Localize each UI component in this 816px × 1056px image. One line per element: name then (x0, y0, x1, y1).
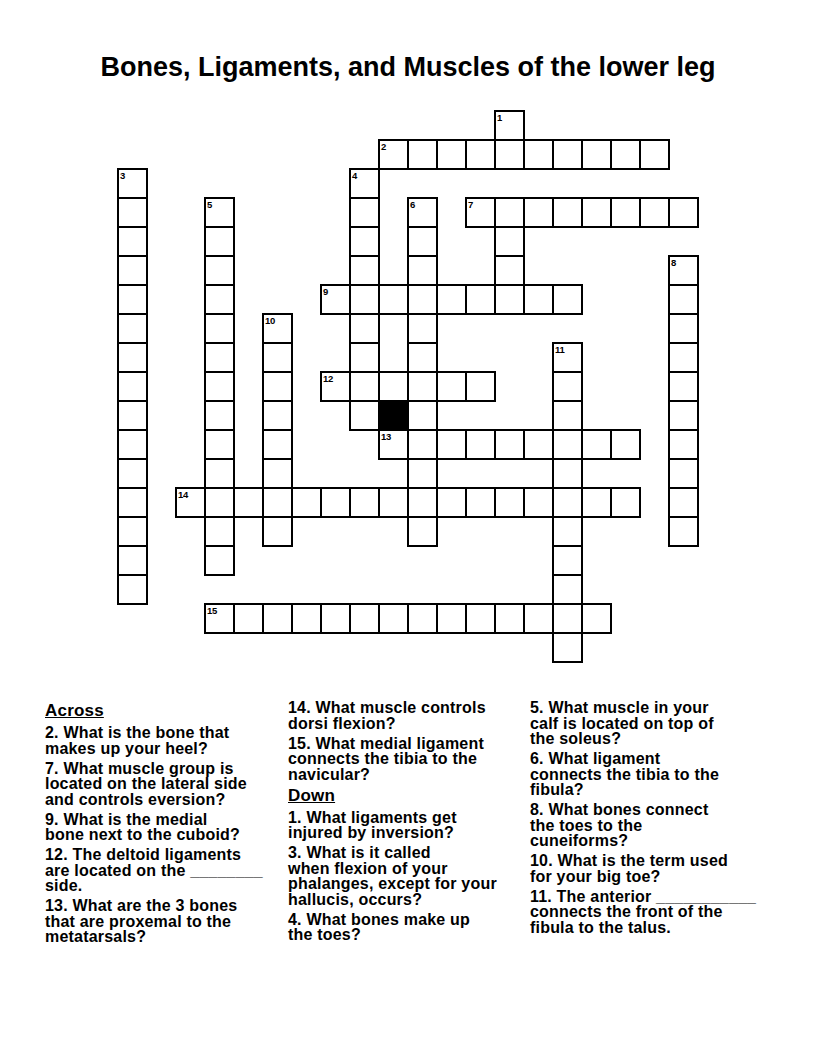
grid-cell-r6c9[interactable] (378, 284, 409, 315)
clue-across-9: 9. What is the medial bone next to the c… (45, 812, 263, 843)
clues-column-1: Across2. What is the bone that makes up … (45, 700, 263, 949)
grid-cell-r8c5[interactable] (262, 342, 293, 373)
grid-cell-r14c15[interactable] (552, 516, 583, 547)
clue-across-7: 7. What muscle group is located on the l… (45, 761, 263, 808)
grid-cell-r17c12[interactable] (465, 603, 496, 634)
grid-cell-r13c0[interactable] (117, 487, 148, 518)
cell-number-9: 9 (323, 287, 328, 296)
clue-number: 5. (530, 699, 548, 716)
grid-cell-r9c0[interactable] (117, 371, 148, 402)
grid-cell-r11c10[interactable] (407, 429, 438, 460)
grid-cell-r10c0[interactable] (117, 400, 148, 431)
crossword-page: Bones, Ligaments, and Muscles of the low… (0, 0, 816, 1056)
clue-down-11: 11. The anterior ___________ connects th… (530, 889, 772, 936)
grid-cell-r12c3[interactable] (204, 458, 235, 489)
clue-down-5: 5. What muscle in your calf is located o… (530, 700, 772, 747)
grid-cell-r3c13[interactable] (494, 197, 525, 228)
grid-cell-r7c0[interactable] (117, 313, 148, 344)
grid-cell-r16c15[interactable] (552, 574, 583, 605)
grid-cell-r17c5[interactable] (262, 603, 293, 634)
cell-number-13: 13 (381, 432, 391, 441)
grid-cell-r17c16[interactable] (581, 603, 612, 634)
grid-cell-r11c13[interactable] (494, 429, 525, 460)
grid-cell-r17c4[interactable] (233, 603, 264, 634)
grid-cell-r17c15[interactable] (552, 603, 583, 634)
cell-number-7: 7 (468, 200, 473, 209)
grid-cell-r13c9[interactable] (378, 487, 409, 518)
grid-cell-r4c0[interactable] (117, 226, 148, 257)
grid-cell-r11c12[interactable] (465, 429, 496, 460)
grid-cell-r13c8[interactable] (349, 487, 380, 518)
grid-cell-r11c3[interactable] (204, 429, 235, 460)
grid-cell-r5c8[interactable] (349, 255, 380, 286)
grid-cell-r14c19[interactable] (668, 516, 699, 547)
grid-cell-r3c17[interactable] (610, 197, 641, 228)
grid-cell-r9c3[interactable] (204, 371, 235, 402)
grid-cell-r9c5[interactable] (262, 371, 293, 402)
clue-number: 9. (45, 811, 63, 828)
grid-cell-r3c0[interactable] (117, 197, 148, 228)
grid-cell-r8c19[interactable] (668, 342, 699, 373)
grid-cell-r3c16[interactable] (581, 197, 612, 228)
grid-cell-r13c6[interactable] (291, 487, 322, 518)
grid-cell-r7c10[interactable] (407, 313, 438, 344)
grid-cell-r1c10[interactable] (407, 139, 438, 170)
grid-cell-r15c3[interactable] (204, 545, 235, 576)
clue-across-15: 15. What medial ligament connects the ti… (288, 736, 526, 783)
grid-cell-r9c8[interactable] (349, 371, 380, 402)
grid-cell-r13c16[interactable] (581, 487, 612, 518)
grid-cell-r6c3[interactable] (204, 284, 235, 315)
grid-cell-r13c4[interactable] (233, 487, 264, 518)
grid-cell-r7c8[interactable] (349, 313, 380, 344)
grid-cell-r8c8[interactable] (349, 342, 380, 373)
grid-cell-r9c19[interactable] (668, 371, 699, 402)
grid-cell-r4c13[interactable] (494, 226, 525, 257)
grid-cell-r6c19[interactable] (668, 284, 699, 315)
grid-cell-r13c19[interactable] (668, 487, 699, 518)
grid-cell-r7c19[interactable] (668, 313, 699, 344)
clue-number: 14. (288, 699, 316, 716)
clue-down-4: 4. What bones make up the toes? (288, 912, 526, 943)
grid-cell-r11c15[interactable] (552, 429, 583, 460)
grid-cell-r6c13[interactable] (494, 284, 525, 315)
grid-cell-r11c19[interactable] (668, 429, 699, 460)
cell-number-14: 14 (178, 490, 188, 499)
cell-number-8: 8 (671, 258, 676, 267)
grid-cell-r15c15[interactable] (552, 545, 583, 576)
grid-cell-r3c8[interactable] (349, 197, 380, 228)
grid-cell-r10c10[interactable] (407, 400, 438, 431)
grid-cell-r13c14[interactable] (523, 487, 554, 518)
clue-down-3: 3. What is it called when flexion of you… (288, 845, 526, 907)
clue-number: 7. (45, 760, 63, 777)
grid-cell-r13c13[interactable] (494, 487, 525, 518)
clue-down-8: 8. What bones connect the toes to the cu… (530, 802, 772, 849)
grid-cell-r10c3[interactable] (204, 400, 235, 431)
clue-number: 1. (288, 809, 306, 826)
clues-column-3: 5. What muscle in your calf is located o… (530, 700, 772, 940)
cell-number-5: 5 (207, 200, 212, 209)
grid-cell-r12c5[interactable] (262, 458, 293, 489)
grid-cell-r17c6[interactable] (291, 603, 322, 634)
clue-across-14: 14. What muscle controls dorsi flexion? (288, 700, 526, 731)
grid-cell-r17c8[interactable] (349, 603, 380, 634)
grid-cell-r6c10[interactable] (407, 284, 438, 315)
grid-cell-r14c0[interactable] (117, 516, 148, 547)
grid-cell-r6c12[interactable] (465, 284, 496, 315)
grid-cell-r11c14[interactable] (523, 429, 554, 460)
grid-cell-r9c12[interactable] (465, 371, 496, 402)
grid-cell-r11c16[interactable] (581, 429, 612, 460)
grid-cell-r11c5[interactable] (262, 429, 293, 460)
grid-cell-r17c14[interactable] (523, 603, 554, 634)
grid-cell-r5c3[interactable] (204, 255, 235, 286)
clue-number: 12. (45, 846, 73, 863)
grid-cell-r15c0[interactable] (117, 545, 148, 576)
cell-number-3: 3 (120, 171, 125, 180)
grid-cell-r13c17[interactable] (610, 487, 641, 518)
grid-cell-r13c12[interactable] (465, 487, 496, 518)
grid-cell-r9c10[interactable] (407, 371, 438, 402)
grid-cell-r3c15[interactable] (552, 197, 583, 228)
clue-down-1: 1. What ligaments get injured by inversi… (288, 810, 526, 841)
clue-number: 11. (530, 888, 557, 905)
grid-cell-r13c15[interactable] (552, 487, 583, 518)
grid-cell-r13c10[interactable] (407, 487, 438, 518)
page-title: Bones, Ligaments, and Muscles of the low… (0, 52, 816, 83)
grid-cell-r8c0[interactable] (117, 342, 148, 373)
clue-across-13: 13. What are the 3 bones that are proxem… (45, 898, 263, 945)
grid-cell-r17c9[interactable] (378, 603, 409, 634)
cell-number-10: 10 (265, 316, 275, 325)
grid-cell-r10c8[interactable] (349, 400, 380, 431)
clue-number: 15. (288, 735, 316, 752)
cell-number-11: 11 (555, 345, 564, 354)
grid-cell-r11c11[interactable] (436, 429, 467, 460)
grid-cell-r5c0[interactable] (117, 255, 148, 286)
grid-cell-r6c14[interactable] (523, 284, 554, 315)
cell-number-12: 12 (323, 374, 333, 383)
clue-number: 8. (530, 801, 548, 818)
clue-down-6: 6. What ligament connects the tibia to t… (530, 751, 772, 798)
grid-cell-r3c18[interactable] (639, 197, 670, 228)
cell-number-15: 15 (207, 606, 217, 615)
clue-number: 6. (530, 750, 548, 767)
clues-heading-across: Across (45, 702, 263, 720)
grid-cell-r1c16[interactable] (581, 139, 612, 170)
grid-cell-r17c10[interactable] (407, 603, 438, 634)
cell-number-4: 4 (352, 171, 357, 180)
grid-cell-r6c8[interactable] (349, 284, 380, 315)
grid-cell-r6c15[interactable] (552, 284, 583, 315)
grid-cell-r12c15[interactable] (552, 458, 583, 489)
grid-cell-r14c10[interactable] (407, 516, 438, 547)
grid-cell-r4c8[interactable] (349, 226, 380, 257)
clue-number: 13. (45, 897, 73, 914)
grid-cell-r6c0[interactable] (117, 284, 148, 315)
clue-across-2: 2. What is the bone that makes up your h… (45, 725, 263, 756)
clue-down-10: 10. What is the term used for your big t… (530, 853, 772, 884)
grid-cell-r11c0[interactable] (117, 429, 148, 460)
clues-heading-down: Down (288, 787, 526, 805)
grid-cell-r10c15[interactable] (552, 400, 583, 431)
grid-cell-r14c5[interactable] (262, 516, 293, 547)
grid-cell-r1c11[interactable] (436, 139, 467, 170)
grid-cell-r12c19[interactable] (668, 458, 699, 489)
grid-cell-r6c11[interactable] (436, 284, 467, 315)
clue-number: 10. (530, 852, 558, 869)
grid-cell-r17c13[interactable] (494, 603, 525, 634)
grid-cell-r16c0[interactable] (117, 574, 148, 605)
grid-cell-r17c7[interactable] (320, 603, 351, 634)
clues-column-2: 14. What muscle controls dorsi flexion?1… (288, 700, 526, 947)
cell-number-6: 6 (410, 200, 415, 209)
crossword-grid: 123456789101112131415 (117, 110, 699, 663)
grid-cell-r3c14[interactable] (523, 197, 554, 228)
grid-cell-r8c3[interactable] (204, 342, 235, 373)
grid-cell-r5c10[interactable] (407, 255, 438, 286)
clue-number: 4. (288, 911, 306, 928)
clue-number: 3. (288, 844, 306, 861)
grid-cell-r13c7[interactable] (320, 487, 351, 518)
grid-cell-r12c10[interactable] (407, 458, 438, 489)
grid-cell-r9c9[interactable] (378, 371, 409, 402)
grid-cell-r10c5[interactable] (262, 400, 293, 431)
grid-cell-r18c15[interactable] (552, 632, 583, 663)
grid-cell-r13c3[interactable] (204, 487, 235, 518)
grid-cell-r13c5[interactable] (262, 487, 293, 518)
grid-cell-r11c17[interactable] (610, 429, 641, 460)
grid-cell-r1c17[interactable] (610, 139, 641, 170)
grid-cell-r1c13[interactable] (494, 139, 525, 170)
grid-cell-r7c3[interactable] (204, 313, 235, 344)
grid-cell-r10c19[interactable] (668, 400, 699, 431)
grid-cell-r1c12[interactable] (465, 139, 496, 170)
clue-across-12: 12. The deltoid ligaments are located on… (45, 847, 263, 894)
grid-cell-r9c11[interactable] (436, 371, 467, 402)
cell-number-1: 1 (497, 113, 502, 122)
grid-cell-r1c18[interactable] (639, 139, 670, 170)
grid-cell-r13c11[interactable] (436, 487, 467, 518)
grid-cell-r17c11[interactable] (436, 603, 467, 634)
grid-cell-r3c19[interactable] (668, 197, 699, 228)
grid-cell-r12c0[interactable] (117, 458, 148, 489)
grid-cell-r14c3[interactable] (204, 516, 235, 547)
cell-number-2: 2 (381, 142, 386, 151)
grid-cell-r9c15[interactable] (552, 371, 583, 402)
grid-cell-r1c15[interactable] (552, 139, 583, 170)
blocked-cell (378, 400, 409, 431)
grid-cell-r4c10[interactable] (407, 226, 438, 257)
grid-cell-r1c14[interactable] (523, 139, 554, 170)
grid-cell-r5c13[interactable] (494, 255, 525, 286)
grid-cell-r4c3[interactable] (204, 226, 235, 257)
clue-number: 2. (45, 724, 63, 741)
grid-cell-r8c10[interactable] (407, 342, 438, 373)
